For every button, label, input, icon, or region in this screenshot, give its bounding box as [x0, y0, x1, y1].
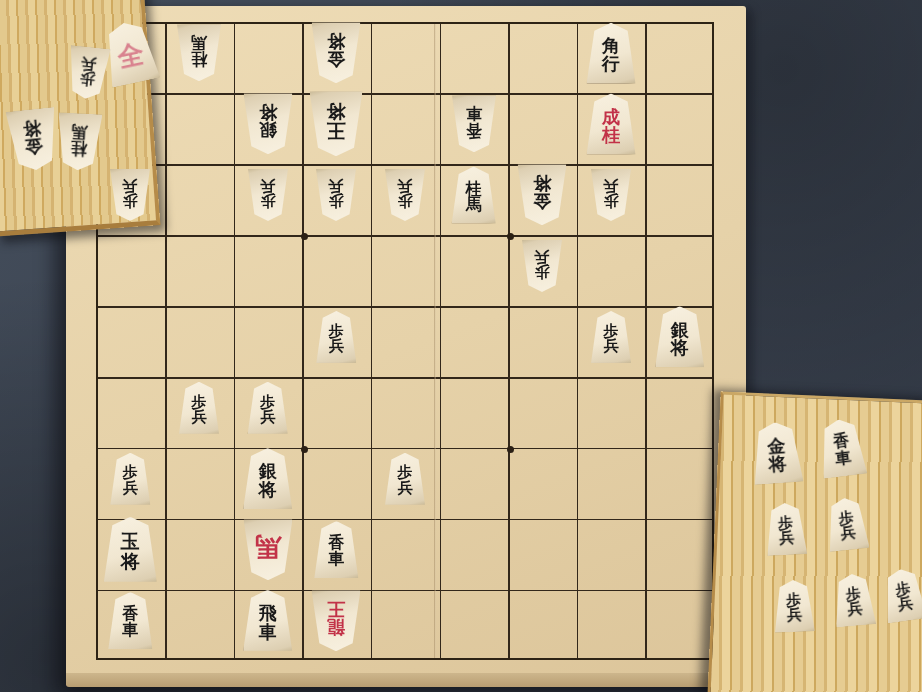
square-8-4[interactable] [166, 235, 234, 305]
square-1-9[interactable] [644, 588, 712, 658]
square-2-8[interactable] [576, 517, 644, 587]
piece-kanji: 香車 [122, 602, 138, 639]
square-4-9[interactable] [439, 588, 507, 658]
piece-kanji: 歩兵 [398, 178, 413, 213]
piece-kanji: 桂馬 [70, 123, 88, 161]
square-1-6[interactable] [644, 376, 712, 446]
piece-kanji: 桂馬 [191, 35, 207, 72]
piece-kanji: 成桂 [602, 103, 620, 145]
square-6-7[interactable] [303, 447, 371, 517]
square-2-9[interactable] [576, 588, 644, 658]
piece-kanji: 歩兵 [329, 178, 344, 213]
square-4-5[interactable] [439, 306, 507, 376]
piece-kanji: 歩兵 [260, 178, 275, 213]
square-5-9[interactable] [371, 588, 439, 658]
square-7-4[interactable] [234, 235, 302, 305]
square-8-5[interactable] [166, 306, 234, 376]
piece-kanji: 香車 [328, 531, 344, 568]
square-4-4[interactable] [439, 235, 507, 305]
square-1-1[interactable] [644, 24, 712, 94]
square-6-4[interactable] [303, 235, 371, 305]
square-4-1[interactable] [439, 24, 507, 94]
shogi-board [66, 6, 746, 686]
piece-kanji: 馬 [255, 534, 281, 565]
square-2-7[interactable] [576, 447, 644, 517]
square-3-9[interactable] [507, 588, 575, 658]
piece-kanji: 香車 [466, 106, 482, 143]
piece-kanji: 香車 [832, 429, 852, 468]
piece-kanji: 全 [114, 35, 146, 71]
piece-kanji: 歩兵 [123, 178, 138, 213]
piece-kanji: 銀将 [259, 103, 277, 145]
square-3-5[interactable] [507, 306, 575, 376]
square-4-8[interactable] [439, 517, 507, 587]
square-7-5[interactable] [234, 306, 302, 376]
piece-kanji: 歩兵 [260, 391, 275, 426]
square-8-7[interactable] [166, 447, 234, 517]
square-1-8[interactable] [644, 517, 712, 587]
piece-kanji: 歩兵 [79, 55, 98, 91]
piece-kanji: 歩兵 [786, 588, 802, 623]
piece-kanji: 桂馬 [466, 177, 482, 214]
piece-kanji: 金将 [22, 118, 44, 161]
piece-kanji: 歩兵 [604, 320, 619, 355]
square-6-6[interactable] [303, 376, 371, 446]
square-4-7[interactable] [439, 447, 507, 517]
sente-piece-stand [707, 391, 922, 692]
piece-kanji: 歩兵 [123, 461, 138, 496]
piece-kanji: 玉将 [121, 527, 140, 571]
square-1-3[interactable] [644, 165, 712, 235]
piece-kanji: 銀将 [259, 458, 277, 500]
piece-kanji: 銀将 [671, 316, 689, 358]
piece-kanji: 金将 [327, 32, 345, 74]
square-5-8[interactable] [371, 517, 439, 587]
square-5-2[interactable] [371, 94, 439, 164]
piece-kanji: 飛車 [259, 600, 277, 642]
square-3-2[interactable] [507, 94, 575, 164]
square-7-1[interactable] [234, 24, 302, 94]
piece-kanji: 角行 [602, 32, 620, 74]
piece-kanji: 歩兵 [778, 511, 795, 546]
square-1-7[interactable] [644, 447, 712, 517]
square-3-6[interactable] [507, 376, 575, 446]
square-8-3[interactable] [166, 165, 234, 235]
square-9-4[interactable] [98, 235, 166, 305]
piece-kanji: 王将 [327, 102, 346, 146]
piece-kanji: 金将 [767, 431, 788, 474]
square-1-2[interactable] [644, 94, 712, 164]
square-2-6[interactable] [576, 376, 644, 446]
square-5-1[interactable] [371, 24, 439, 94]
piece-kanji: 龍王 [327, 600, 345, 642]
piece-kanji: 歩兵 [845, 582, 863, 618]
piece-kanji: 歩兵 [535, 249, 550, 284]
piece-kanji: 歩兵 [838, 506, 857, 542]
piece-kanji: 金将 [533, 174, 551, 216]
piece-kanji: 歩兵 [604, 178, 619, 213]
board-side-face [66, 673, 746, 687]
square-8-9[interactable] [166, 588, 234, 658]
square-8-8[interactable] [166, 517, 234, 587]
square-5-5[interactable] [371, 306, 439, 376]
square-9-5[interactable] [98, 306, 166, 376]
square-8-2[interactable] [166, 94, 234, 164]
square-4-6[interactable] [439, 376, 507, 446]
square-3-7[interactable] [507, 447, 575, 517]
piece-kanji: 歩兵 [329, 320, 344, 355]
square-9-6[interactable] [98, 376, 166, 446]
star-point [301, 446, 308, 453]
square-1-4[interactable] [644, 235, 712, 305]
star-point [507, 446, 514, 453]
photo-scene: 全桂馬金将角行銀将王将香車成桂歩兵歩兵歩兵歩兵桂馬金将歩兵歩兵歩兵歩兵銀将歩兵歩… [0, 0, 922, 692]
piece-kanji: 歩兵 [192, 391, 207, 426]
square-2-4[interactable] [576, 235, 644, 305]
piece-kanji: 歩兵 [894, 577, 914, 613]
piece-kanji: 歩兵 [398, 461, 413, 496]
square-3-1[interactable] [507, 24, 575, 94]
square-3-8[interactable] [507, 517, 575, 587]
board-center-seam [434, 24, 436, 658]
square-5-4[interactable] [371, 235, 439, 305]
square-5-6[interactable] [371, 376, 439, 446]
star-point [301, 233, 308, 240]
star-point [507, 233, 514, 240]
